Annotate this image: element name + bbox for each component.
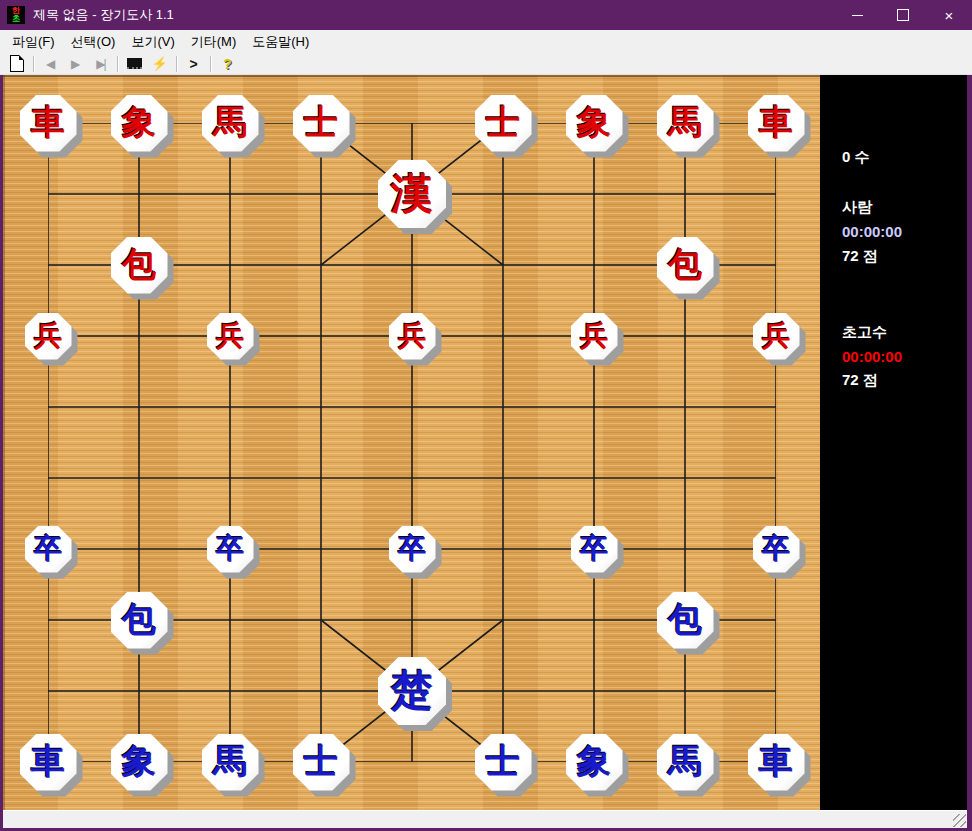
toolbar: ◀ ▶ ▶| ⚡ > ? [0, 53, 972, 75]
menu-etc[interactable]: 기타(M) [183, 30, 245, 54]
resize-grip-icon[interactable] [953, 814, 966, 827]
step-last-button[interactable]: ▶| [88, 54, 113, 74]
maximize-icon [897, 9, 909, 21]
toolbar-separator [33, 56, 34, 72]
ai-time: 00:00:00 [842, 348, 902, 365]
window-border-right [967, 75, 972, 810]
lightning-icon: ⚡ [151, 57, 167, 70]
piece-red-chariot[interactable]: 車 [20, 95, 83, 158]
step-forward-button[interactable]: ▶ [63, 54, 88, 74]
step-back-button[interactable]: ◀ [38, 54, 63, 74]
piece-red-soldier[interactable]: 兵 [571, 313, 624, 366]
piece-blue-horse[interactable]: 馬 [657, 734, 720, 797]
piece-blue-soldier[interactable]: 卒 [571, 526, 624, 579]
minimize-button[interactable] [834, 0, 880, 30]
new-document-icon [10, 55, 24, 72]
piece-red-soldier[interactable]: 兵 [389, 313, 442, 366]
piece-blue-chariot[interactable]: 車 [748, 734, 811, 797]
piece-glyph: 馬 [202, 95, 259, 152]
menu-view[interactable]: 보기(V) [123, 30, 182, 54]
piece-red-cannon[interactable]: 包 [111, 237, 174, 300]
ai-score: 72 점 [842, 371, 878, 390]
piece-red-soldier[interactable]: 兵 [207, 313, 260, 366]
menubar: 파일(F) 선택(O) 보기(V) 기타(M) 도움말(H) [0, 30, 972, 53]
menu-help[interactable]: 도움말(H) [244, 30, 317, 54]
help-button[interactable]: ? [215, 54, 240, 74]
player-name: 사람 [842, 198, 872, 217]
piece-blue-cho-king[interactable]: 楚 [378, 657, 452, 731]
close-button[interactable]: × [926, 0, 972, 30]
piece-blue-guard[interactable]: 士 [293, 734, 356, 797]
piece-red-elephant[interactable]: 象 [111, 95, 174, 158]
info-panel: 0 수 사람 00:00:00 72 점 초고수 00:00:00 72 점 [820, 75, 967, 810]
app-window: 한초 제목 없음 - 장기도사 1.1 × 파일(F) 선택(O) 보기(V) … [0, 0, 972, 831]
maximize-button[interactable] [880, 0, 926, 30]
piece-glyph: 車 [20, 95, 77, 152]
piece-red-cannon[interactable]: 包 [657, 237, 720, 300]
toolbar-separator [210, 56, 211, 72]
arrow-right-icon: ▶ [71, 58, 80, 70]
player-time: 00:00:00 [842, 223, 902, 240]
status-bar [3, 810, 967, 828]
piece-blue-cannon[interactable]: 包 [657, 592, 720, 655]
piece-blue-chariot[interactable]: 車 [20, 734, 83, 797]
piece-glyph: 漢 [378, 160, 446, 228]
menu-file[interactable]: 파일(F) [4, 30, 63, 54]
ai-name: 초고수 [842, 323, 887, 342]
piece-blue-guard[interactable]: 士 [475, 734, 538, 797]
chevron-right-icon: > [189, 57, 197, 71]
piece-red-chariot[interactable]: 車 [748, 95, 811, 158]
window-title: 제목 없음 - 장기도사 1.1 [33, 6, 174, 24]
piece-blue-cannon[interactable]: 包 [111, 592, 174, 655]
piece-blue-soldier[interactable]: 卒 [389, 526, 442, 579]
piece-blue-soldier[interactable]: 卒 [207, 526, 260, 579]
play-next-button[interactable]: > [181, 54, 206, 74]
piece-red-horse[interactable]: 馬 [657, 95, 720, 158]
client-area: 車象馬士士象馬車漢包包兵兵兵兵兵卒卒卒卒卒包包楚車象馬士士象馬車 0 수 사람 … [0, 75, 972, 810]
app-icon: 한초 [7, 6, 25, 24]
piece-blue-elephant[interactable]: 象 [111, 734, 174, 797]
board-icon [127, 58, 142, 69]
arrow-last-icon: ▶| [96, 58, 104, 70]
player-score: 72 점 [842, 247, 878, 266]
piece-red-horse[interactable]: 馬 [202, 95, 265, 158]
board-setup-button[interactable] [122, 54, 147, 74]
question-mark-icon: ? [223, 57, 232, 71]
piece-red-soldier[interactable]: 兵 [753, 313, 806, 366]
menu-select[interactable]: 선택(O) [63, 30, 124, 54]
toolbar-separator [176, 56, 177, 72]
close-icon: × [945, 8, 954, 23]
hint-button[interactable]: ⚡ [147, 54, 172, 74]
move-count: 0 수 [842, 148, 870, 167]
new-game-button[interactable] [4, 54, 29, 74]
toolbar-separator [117, 56, 118, 72]
piece-red-soldier[interactable]: 兵 [25, 313, 78, 366]
janggi-board[interactable]: 車象馬士士象馬車漢包包兵兵兵兵兵卒卒卒卒卒包包楚車象馬士士象馬車 [3, 75, 820, 810]
piece-blue-elephant[interactable]: 象 [566, 734, 629, 797]
piece-red-han-king[interactable]: 漢 [378, 160, 452, 234]
arrow-left-icon: ◀ [46, 58, 55, 70]
window-border-right [967, 810, 972, 828]
piece-red-elephant[interactable]: 象 [566, 95, 629, 158]
piece-blue-soldier[interactable]: 卒 [753, 526, 806, 579]
piece-blue-soldier[interactable]: 卒 [25, 526, 78, 579]
titlebar: 한초 제목 없음 - 장기도사 1.1 × [0, 0, 972, 30]
piece-glyph: 楚 [378, 657, 446, 725]
piece-glyph: 象 [111, 95, 168, 152]
piece-red-guard[interactable]: 士 [293, 95, 356, 158]
piece-blue-horse[interactable]: 馬 [202, 734, 265, 797]
minimize-icon [852, 15, 863, 16]
piece-red-guard[interactable]: 士 [475, 95, 538, 158]
